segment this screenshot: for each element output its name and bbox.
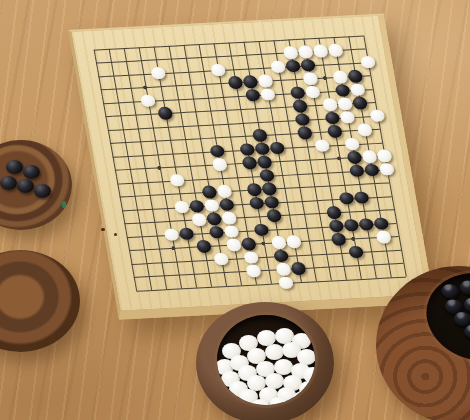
white-stone	[203, 199, 219, 212]
black-stone	[241, 156, 257, 169]
white-stone	[169, 174, 185, 187]
table-speck-dark	[114, 233, 117, 236]
black-stone	[254, 142, 270, 155]
black-stone	[284, 59, 300, 72]
board-point	[359, 55, 376, 69]
white-stone	[221, 212, 237, 225]
black-stone	[343, 219, 359, 232]
white-stone	[225, 238, 241, 251]
white-stone	[282, 46, 298, 59]
white-stone	[378, 163, 394, 176]
white-stone	[213, 253, 229, 266]
board-point	[354, 28, 371, 42]
board-point	[392, 243, 409, 257]
go-game-photo	[0, 0, 470, 420]
black-stone	[363, 163, 379, 176]
board-point	[389, 229, 406, 243]
black-stone	[292, 100, 308, 113]
white-stone	[332, 71, 348, 84]
black-stone-in-bowl	[458, 279, 470, 297]
black-stone	[358, 218, 374, 231]
board-point	[385, 202, 402, 216]
white-stone	[245, 264, 261, 277]
black-stone	[273, 249, 289, 262]
black-stone	[261, 182, 277, 195]
white-stone-in-bowl	[293, 391, 312, 405]
white-stone	[297, 45, 313, 58]
white-stone-bowl	[196, 302, 334, 420]
board-point	[368, 109, 385, 123]
board-point	[382, 189, 399, 203]
white-stone	[361, 150, 377, 163]
white-stone	[369, 109, 385, 122]
black-stone	[348, 164, 364, 177]
black-stone	[353, 191, 369, 204]
black-stone	[328, 219, 344, 232]
board-point	[373, 135, 390, 149]
white-stone	[277, 276, 293, 289]
black-stone	[263, 196, 279, 209]
black-stone	[188, 200, 204, 213]
black-stone	[351, 97, 367, 110]
black-stone	[338, 192, 354, 205]
board-point	[361, 68, 378, 82]
captured-black-stone	[17, 179, 34, 193]
black-stone	[209, 145, 225, 158]
white-stone	[304, 85, 320, 98]
white-stone-in-bowl	[299, 381, 315, 397]
white-stone	[257, 74, 273, 87]
white-stone	[336, 97, 352, 110]
white-stone	[210, 63, 226, 76]
black-stone	[244, 89, 260, 102]
white-stone	[285, 235, 301, 248]
black-stone	[258, 169, 274, 182]
white-stone	[327, 44, 343, 57]
board-point	[371, 122, 388, 136]
white-stone	[359, 56, 375, 69]
black-stone	[251, 129, 267, 142]
black-stone	[195, 240, 211, 253]
board-point	[356, 42, 373, 56]
empty-lid	[0, 250, 80, 352]
white-stone	[312, 45, 328, 58]
board-point	[380, 176, 397, 190]
black-stone	[324, 111, 340, 124]
white-stone	[163, 228, 179, 241]
black-stone	[208, 226, 224, 239]
black-bowl-opening	[417, 262, 470, 371]
white-stone	[139, 94, 155, 107]
black-stone	[242, 75, 258, 88]
white-stone	[150, 67, 166, 80]
black-stone	[178, 227, 194, 240]
black-stone	[290, 262, 306, 275]
black-stone	[326, 125, 342, 138]
board-point	[375, 149, 392, 163]
black-stone	[157, 107, 173, 120]
black-stone	[296, 126, 312, 139]
white-stone	[173, 200, 189, 213]
black-stone	[330, 233, 346, 246]
board-point	[394, 256, 411, 270]
board-point	[387, 216, 404, 230]
white-stone	[259, 88, 275, 101]
white-stone	[344, 137, 360, 150]
black-stone	[289, 86, 305, 99]
white-stone	[191, 213, 207, 226]
white-stone	[243, 251, 259, 264]
black-stone	[373, 217, 389, 230]
black-stone	[246, 183, 262, 196]
board-point	[378, 162, 395, 176]
black-stone	[334, 84, 350, 97]
black-stone	[347, 245, 363, 258]
white-stone	[356, 123, 372, 136]
white-stone	[302, 72, 318, 85]
black-stone	[253, 223, 269, 236]
go-board	[68, 13, 435, 319]
black-stone	[269, 141, 285, 154]
go-grid	[84, 28, 413, 297]
black-stone	[206, 212, 222, 225]
black-stone	[256, 156, 272, 169]
black-stone	[325, 206, 341, 219]
black-stone	[266, 209, 282, 222]
white-stone	[223, 225, 239, 238]
black-stone	[201, 186, 217, 199]
black-stone	[346, 151, 362, 164]
black-stone	[239, 143, 255, 156]
black-stone	[240, 238, 256, 251]
white-stone	[216, 185, 232, 198]
black-stone	[227, 76, 243, 89]
white-stone	[211, 158, 227, 171]
white-stone	[269, 60, 285, 73]
white-stone-in-bowl	[265, 344, 284, 360]
white-stone	[275, 263, 291, 276]
table-speck-dark	[101, 228, 105, 231]
white-stone	[314, 139, 330, 152]
black-stone	[299, 59, 315, 72]
white-stone	[322, 98, 338, 111]
black-stone	[347, 70, 363, 83]
white-bowl-opening	[217, 315, 315, 405]
captured-stones-lid	[0, 140, 72, 230]
board-point	[366, 95, 383, 109]
captured-black-stone	[0, 176, 17, 190]
white-stone	[349, 83, 365, 96]
white-stone	[339, 111, 355, 124]
white-stone	[270, 236, 286, 249]
table-speck-green	[62, 201, 66, 208]
board-point	[364, 82, 381, 96]
black-stone	[218, 198, 234, 211]
captured-black-stone	[23, 165, 40, 179]
black-stone-in-bowl	[440, 282, 461, 300]
black-stone	[248, 197, 264, 210]
white-stone	[376, 149, 392, 162]
captured-black-stone	[34, 184, 51, 198]
white-stone	[375, 230, 391, 243]
captured-black-stone	[6, 160, 23, 174]
black-stone	[294, 113, 310, 126]
